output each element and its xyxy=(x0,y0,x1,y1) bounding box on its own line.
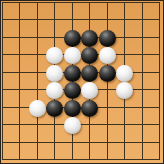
black-stone xyxy=(64,100,81,117)
white-stone xyxy=(81,82,98,99)
grid-line-horizontal xyxy=(2,159,160,160)
white-stone xyxy=(46,47,63,64)
black-stone xyxy=(99,65,116,82)
white-stone xyxy=(99,47,116,64)
black-stone xyxy=(64,30,81,47)
grid-line-vertical xyxy=(37,2,38,160)
black-stone xyxy=(81,100,98,117)
grid-line-vertical xyxy=(159,2,160,160)
grid-line-vertical xyxy=(142,2,143,160)
black-stone xyxy=(99,30,116,47)
black-stone xyxy=(81,30,98,47)
black-stone xyxy=(46,100,63,117)
white-stone xyxy=(116,65,133,82)
black-stone xyxy=(81,47,98,64)
white-stone xyxy=(64,117,81,134)
grid-line-vertical xyxy=(19,2,20,160)
grid-line-vertical xyxy=(2,2,3,160)
black-stone xyxy=(64,82,81,99)
grid-line-horizontal xyxy=(2,124,160,125)
white-stone xyxy=(29,100,46,117)
white-stone xyxy=(46,65,63,82)
white-stone xyxy=(46,82,63,99)
black-stone xyxy=(64,65,81,82)
grid-line-horizontal xyxy=(2,142,160,143)
gomoku-board[interactable] xyxy=(0,0,164,164)
grid-line-horizontal xyxy=(2,2,160,3)
white-stone xyxy=(116,82,133,99)
white-stone xyxy=(64,47,81,64)
black-stone xyxy=(81,65,98,82)
grid-line-horizontal xyxy=(2,19,160,20)
